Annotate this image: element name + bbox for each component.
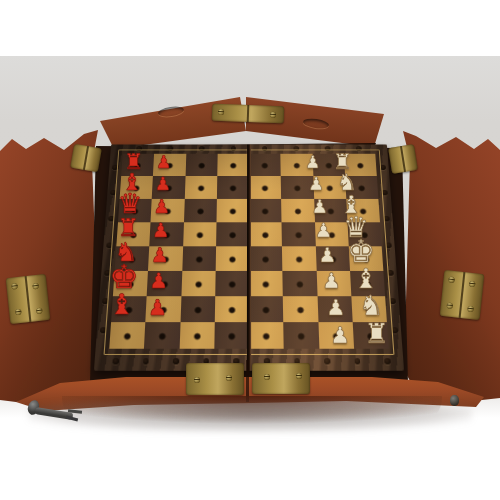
square-b4[interactable] [249,176,281,199]
square-d6[interactable] [183,222,217,246]
square-c4[interactable] [249,199,282,222]
hinge-knuckle [246,105,249,122]
brass-hinge-rail-right-plate [252,363,310,394]
piece-white-pawn-h2[interactable]: ♟ [330,324,350,347]
hinge-screw [194,377,200,383]
piece-white-rook-h1[interactable]: ♜ [364,320,389,348]
frame-peg-hole [391,327,397,333]
square-h5[interactable] [214,322,249,349]
hinge-screw [218,109,224,115]
square-g6[interactable] [180,296,215,322]
piece-red-pawn-a7[interactable]: ♟ [156,154,171,171]
square-f4[interactable] [249,271,283,296]
photo-of-travel-chess-set: ♜♟♝♟♛♟♜♟♞♟♚♟♝♟♟♜♟♞♟♝♟♛♟♚♟♝♟♞♟♜ [0,0,500,500]
square-e3[interactable] [282,246,316,271]
frame-peg-hole [199,146,204,151]
piece-white-pawn-a2[interactable]: ♟ [305,154,320,171]
piece-white-pawn-f2[interactable]: ♟ [322,271,341,292]
frame-peg-hole [112,358,118,364]
piece-red-pawn-d7[interactable]: ♟ [152,221,169,241]
frame-peg-hole [324,358,330,364]
frame-peg-hole [380,165,386,170]
square-a6[interactable] [185,154,217,176]
brass-hinge-left-middle [6,274,51,324]
square-h6[interactable] [179,322,214,349]
square-f5[interactable] [215,271,249,296]
frame-peg-hole [387,270,393,275]
board-fold-line [247,144,251,370]
piece-white-pawn-g2[interactable]: ♟ [326,297,346,319]
frame-peg-hole [231,146,236,151]
piece-white-pawn-b2[interactable]: ♟ [308,175,324,193]
square-h3[interactable] [283,322,318,349]
brass-hinge-right-middle [440,270,485,320]
piece-white-knight-g1[interactable]: ♞ [359,292,384,320]
brass-hinge-rail-left-plate [186,363,244,395]
frame-peg-hole [143,358,149,364]
piece-red-pawn-g7[interactable]: ♟ [148,297,168,319]
piece-red-pawn-f7[interactable]: ♟ [149,271,168,292]
brass-hinge-flap-center [212,104,285,124]
piece-red-pawn-b7[interactable]: ♟ [155,175,171,193]
frame-peg-hole [173,358,179,364]
square-d5[interactable] [216,222,249,246]
square-c5[interactable] [216,199,249,222]
frame-peg-hole [100,327,106,333]
frame-peg-hole [102,298,108,303]
frame-peg-hole [325,146,330,151]
frame-peg-hole [384,216,390,221]
frame-peg-hole [389,298,395,303]
square-g4[interactable] [249,296,283,322]
latch-hook [26,398,82,428]
square-c3[interactable] [281,199,314,222]
square-e6[interactable] [182,246,216,271]
frame-peg-hole [106,243,112,248]
square-g3[interactable] [283,296,318,322]
frame-peg-hole [168,146,173,151]
piece-red-pawn-e7[interactable]: ♟ [151,245,169,265]
brass-hinge-left-top [70,144,102,172]
piece-red-bishop-g8[interactable]: ♝ [109,291,134,319]
square-d4[interactable] [249,222,282,246]
piece-white-pawn-c2[interactable]: ♟ [311,198,328,217]
hinge-screw [270,112,276,118]
square-h7[interactable] [144,322,180,349]
latch-prong [66,416,78,422]
brass-hinge-right-top [388,144,418,174]
square-f6[interactable] [181,271,215,296]
square-e4[interactable] [249,246,283,271]
piece-red-pawn-c7[interactable]: ♟ [153,198,170,217]
square-a4[interactable] [249,154,281,176]
catch-knob [450,395,459,406]
piece-white-pawn-d2[interactable]: ♟ [315,221,332,241]
square-h8[interactable] [109,322,145,349]
hinge-screw [226,375,232,381]
frame-peg-hole [385,358,391,364]
cast-shadow [28,402,472,432]
piece-white-pawn-e2[interactable]: ♟ [318,245,336,265]
frame-peg-hole [262,146,267,151]
frame-peg-hole [293,146,298,151]
square-d3[interactable] [282,222,316,246]
square-b5[interactable] [217,176,249,199]
frame-peg-hole [356,146,361,151]
square-a5[interactable] [217,154,249,176]
square-g5[interactable] [215,296,249,322]
frame-peg-hole [354,358,360,364]
frame-peg-hole [112,165,118,170]
frame-peg-hole [385,243,391,248]
square-e5[interactable] [215,246,249,271]
frame-peg-hole [110,190,116,195]
square-b6[interactable] [184,176,217,199]
square-f3[interactable] [283,271,317,296]
hinge-screw [264,374,270,380]
frame-peg-hole [382,190,388,195]
hinge-screw [296,373,302,379]
frame-peg-hole [108,216,114,221]
square-h4[interactable] [249,322,284,349]
square-c6[interactable] [183,199,216,222]
